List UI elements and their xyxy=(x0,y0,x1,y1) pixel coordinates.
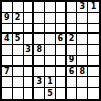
cell-r9c3[interactable] xyxy=(24,88,35,99)
cell-r2c6[interactable] xyxy=(56,13,67,24)
cell-r2c7[interactable] xyxy=(67,13,78,24)
sudoku-board: 31924562389768315 xyxy=(0,0,101,101)
cell-r4c5[interactable] xyxy=(45,34,56,45)
given-cell-r4c6: 6 xyxy=(56,34,67,45)
cell-r4c4[interactable] xyxy=(34,34,45,45)
given-cell-r7c1: 7 xyxy=(2,67,13,78)
given-cell-r5c4: 8 xyxy=(34,45,45,56)
cell-r3c7[interactable] xyxy=(67,24,78,35)
cell-r6c2[interactable] xyxy=(13,56,24,67)
given-cell-r4c2: 5 xyxy=(13,34,24,45)
cell-r5c1[interactable] xyxy=(2,45,13,56)
cell-r6c5[interactable] xyxy=(45,56,56,67)
cell-r1c6[interactable] xyxy=(56,2,67,13)
cell-r4c9[interactable] xyxy=(88,34,99,45)
cell-r5c9[interactable] xyxy=(88,45,99,56)
cell-r8c1[interactable] xyxy=(2,77,13,88)
cell-r1c3[interactable] xyxy=(24,2,35,13)
cell-r1c7[interactable] xyxy=(67,2,78,13)
cell-r7c5[interactable] xyxy=(45,67,56,78)
cell-r9c4[interactable] xyxy=(34,88,45,99)
cell-r9c7[interactable] xyxy=(67,88,78,99)
cell-r2c3[interactable] xyxy=(24,13,35,24)
cell-r7c3[interactable] xyxy=(24,67,35,78)
cell-r9c8[interactable] xyxy=(77,88,88,99)
cell-r7c9[interactable] xyxy=(88,67,99,78)
given-cell-r6c7: 9 xyxy=(67,56,78,67)
cell-r9c1[interactable] xyxy=(2,88,13,99)
cell-r9c2[interactable] xyxy=(13,88,24,99)
cell-r1c1[interactable] xyxy=(2,2,13,13)
cell-r6c8[interactable] xyxy=(77,56,88,67)
cell-r3c3[interactable] xyxy=(24,24,35,35)
given-cell-r7c8: 8 xyxy=(77,67,88,78)
given-cell-r1c9: 1 xyxy=(88,2,99,13)
given-cell-r4c7: 2 xyxy=(67,34,78,45)
cell-r8c2[interactable] xyxy=(13,77,24,88)
cell-r1c4[interactable] xyxy=(34,2,45,13)
given-cell-r1c8: 3 xyxy=(77,2,88,13)
cell-r5c2[interactable] xyxy=(13,45,24,56)
cell-r5c7[interactable] xyxy=(67,45,78,56)
given-cell-r9c5: 5 xyxy=(45,88,56,99)
cell-r7c2[interactable] xyxy=(13,67,24,78)
cell-r2c4[interactable] xyxy=(34,13,45,24)
given-cell-r4c1: 4 xyxy=(2,34,13,45)
cell-r9c6[interactable] xyxy=(56,88,67,99)
given-cell-r8c4: 3 xyxy=(34,77,45,88)
cell-r3c4[interactable] xyxy=(34,24,45,35)
cell-r9c9[interactable] xyxy=(88,88,99,99)
cell-r1c5[interactable] xyxy=(45,2,56,13)
cell-r5c8[interactable] xyxy=(77,45,88,56)
cell-r8c7[interactable] xyxy=(67,77,78,88)
cell-r3c5[interactable] xyxy=(45,24,56,35)
cell-r7c6[interactable] xyxy=(56,67,67,78)
cell-r5c6[interactable] xyxy=(56,45,67,56)
cell-r6c6[interactable] xyxy=(56,56,67,67)
cell-r3c9[interactable] xyxy=(88,24,99,35)
given-cell-r8c5: 1 xyxy=(45,77,56,88)
cell-r5c5[interactable] xyxy=(45,45,56,56)
cell-r2c9[interactable] xyxy=(88,13,99,24)
cell-r1c2[interactable] xyxy=(13,2,24,13)
cell-r8c6[interactable] xyxy=(56,77,67,88)
cell-r8c3[interactable] xyxy=(24,77,35,88)
cell-r6c1[interactable] xyxy=(2,56,13,67)
given-cell-r7c7: 6 xyxy=(67,67,78,78)
cell-r6c4[interactable] xyxy=(34,56,45,67)
given-cell-r2c2: 2 xyxy=(13,13,24,24)
cell-r6c3[interactable] xyxy=(24,56,35,67)
cell-r7c4[interactable] xyxy=(34,67,45,78)
cell-r4c3[interactable] xyxy=(24,34,35,45)
given-cell-r2c1: 9 xyxy=(2,13,13,24)
cell-r3c6[interactable] xyxy=(56,24,67,35)
cell-r2c8[interactable] xyxy=(77,13,88,24)
cell-r8c9[interactable] xyxy=(88,77,99,88)
given-cell-r5c3: 3 xyxy=(24,45,35,56)
cell-r6c9[interactable] xyxy=(88,56,99,67)
cell-r3c8[interactable] xyxy=(77,24,88,35)
cell-r2c5[interactable] xyxy=(45,13,56,24)
cell-r3c2[interactable] xyxy=(13,24,24,35)
cell-r8c8[interactable] xyxy=(77,77,88,88)
cell-r4c8[interactable] xyxy=(77,34,88,45)
cell-r3c1[interactable] xyxy=(2,24,13,35)
